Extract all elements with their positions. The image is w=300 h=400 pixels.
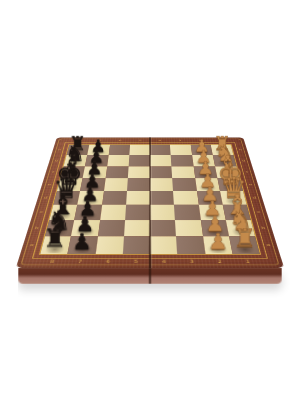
square-b3[interactable]	[175, 220, 202, 236]
square-d3[interactable]	[173, 191, 198, 205]
square-d5[interactable]	[126, 191, 150, 205]
hinge-seam	[149, 138, 151, 268]
board-frame: ♜♟♟♜♞♟♟♞♝♟♟♝♚♟♟♚♛♟♟♛♝♟♟♝♞♟♟♞♜♟♟♜ 8765432…	[16, 138, 284, 268]
square-e3[interactable]	[172, 178, 196, 191]
coord-label: 4	[150, 140, 170, 142]
coord-label: 8	[38, 260, 67, 264]
square-f6[interactable]	[105, 166, 128, 178]
black-pawn-a7: ♟	[72, 230, 92, 251]
square-h5[interactable]	[129, 145, 150, 155]
square-h6[interactable]	[108, 145, 130, 155]
square-a1[interactable]: ♜	[229, 236, 260, 254]
white-rook-a1: ♜	[234, 227, 257, 251]
square-c3[interactable]	[174, 205, 200, 220]
coord-label: a	[23, 236, 41, 254]
chessboard: ♜♟♟♜♞♟♟♞♝♟♟♝♚♟♟♚♛♟♟♛♝♟♟♝♞♟♟♞♜♟♟♜ 8765432…	[16, 138, 284, 268]
square-g3[interactable]	[171, 155, 193, 166]
black-rook-a8: ♜	[43, 227, 66, 251]
square-h4[interactable]	[150, 145, 171, 155]
coord-label: 3	[170, 140, 190, 142]
coord-label: 6	[110, 140, 130, 142]
square-a8[interactable]: ♜	[40, 236, 71, 254]
coord-label: 1	[233, 260, 262, 264]
square-b6[interactable]	[98, 220, 125, 236]
coord-label: a	[260, 236, 278, 254]
square-a6[interactable]	[95, 236, 124, 254]
square-g5[interactable]	[128, 155, 150, 166]
square-a5[interactable]	[123, 236, 150, 254]
coord-label: b	[255, 220, 272, 236]
board-front-edge	[18, 268, 281, 284]
square-b5[interactable]	[124, 220, 150, 236]
square-a7[interactable]: ♟	[68, 236, 98, 254]
square-e5[interactable]	[127, 178, 150, 191]
square-c5[interactable]	[125, 205, 150, 220]
square-f4[interactable]	[150, 166, 172, 178]
coord-label: 4	[150, 260, 178, 264]
square-f5[interactable]	[128, 166, 150, 178]
square-a2[interactable]: ♟	[202, 236, 232, 254]
square-b4[interactable]	[150, 220, 176, 236]
coord-label: 5	[122, 260, 150, 264]
square-e4[interactable]	[150, 178, 173, 191]
square-c6[interactable]	[100, 205, 126, 220]
coord-label: 7	[66, 260, 95, 264]
square-a3[interactable]	[176, 236, 205, 254]
chessboard-scene: ♜♟♟♜♞♟♟♞♝♟♟♝♚♟♟♚♛♟♟♛♝♟♟♝♞♟♟♞♜♟♟♜ 8765432…	[40, 81, 260, 301]
coord-label: 3	[178, 260, 206, 264]
coord-label: 5	[130, 140, 150, 142]
square-d4[interactable]	[150, 191, 174, 205]
square-g4[interactable]	[150, 155, 172, 166]
square-e6[interactable]	[104, 178, 128, 191]
square-c4[interactable]	[150, 205, 175, 220]
coord-label: 6	[94, 260, 122, 264]
square-d6[interactable]	[102, 191, 127, 205]
photo-background: ♜♟♟♜♞♟♟♞♝♟♟♝♚♟♟♚♛♟♟♛♝♟♟♝♞♟♟♞♜♟♟♜ 8765432…	[0, 0, 300, 400]
square-f3[interactable]	[172, 166, 195, 178]
hinge-seam-front	[149, 268, 151, 284]
coord-label: c	[251, 205, 267, 220]
square-h3[interactable]	[170, 145, 192, 155]
white-pawn-a2: ♟	[208, 230, 228, 251]
square-a4[interactable]	[150, 236, 177, 254]
square-g6[interactable]	[107, 155, 129, 166]
coord-label: 2	[206, 260, 235, 264]
